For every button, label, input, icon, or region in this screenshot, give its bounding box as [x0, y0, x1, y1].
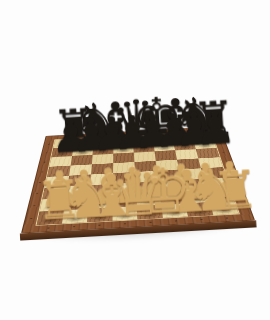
square-g5: [177, 158, 201, 169]
chess-board: ♜♞♝♛♚♝♞♜♟♟♟♟♟♟♟♟♟♟♟♟♟♟♟♟♜♞♝♛♚♝♞♜: [21, 126, 255, 233]
board-squares-grid: ♜♞♝♛♚♝♞♜♟♟♟♟♟♟♟♟♟♟♟♟♟♟♟♟♜♞♝♛♚♝♞♜: [37, 131, 239, 225]
board-tilt-wrapper: ♜♞♝♛♚♝♞♜♟♟♟♟♟♟♟♟♟♟♟♟♟♟♟♟♜♞♝♛♚♝♞♜: [0, 0, 270, 320]
piece-black-pawn: ♟: [70, 117, 93, 156]
file-marker-e: [142, 132, 144, 133]
square-e5: [134, 161, 157, 172]
square-a3: [42, 186, 67, 199]
piece-shadow: [40, 217, 60, 224]
piece-shadow: [91, 202, 110, 209]
square-b1: ♞: [62, 209, 88, 224]
rank-marker-2: [237, 194, 240, 195]
file-marker-d: [124, 223, 126, 224]
piece-black-rook: ♜: [191, 99, 213, 140]
square-a1: ♜: [37, 210, 64, 225]
rank-marker-7: [46, 153, 48, 154]
square-b3: [66, 185, 90, 198]
perspective-container: ♜♞♝♛♚♝♞♜♟♟♟♟♟♟♟♟♟♟♟♟♟♟♟♟♜♞♝♛♚♝♞♜: [30, 67, 241, 278]
piece-black-knight: ♞: [71, 102, 93, 147]
file-marker-g: [180, 130, 182, 131]
file-marker-g: [200, 219, 203, 220]
square-a4: [45, 176, 69, 188]
file-marker-c: [103, 134, 105, 135]
square-d4: [113, 172, 136, 184]
file-marker-b: [84, 136, 86, 137]
square-f6: [155, 150, 177, 160]
piece-shadow: [163, 198, 182, 204]
rank-marker-5: [41, 172, 43, 173]
piece-shadow: [115, 213, 134, 220]
file-marker-a: [64, 137, 66, 138]
square-d2: ♟: [113, 194, 137, 208]
rank-marker-4: [39, 182, 41, 183]
piece-black-pawn: ♟: [49, 118, 72, 157]
piece-black-rook: ♜: [51, 107, 73, 148]
rank-marker-7: [219, 143, 221, 144]
piece-black-queen: ♛: [111, 98, 134, 145]
square-f5: [156, 160, 179, 171]
rank-marker-3: [36, 193, 38, 194]
piece-black-bishop: ♝: [151, 97, 173, 142]
file-marker-b: [73, 226, 75, 227]
piece-black-king: ♚: [131, 96, 154, 143]
file-marker-d: [122, 133, 124, 134]
piece-shadow: [215, 207, 236, 214]
square-h5: [198, 157, 223, 168]
piece-black-pawn: ♟: [173, 111, 196, 150]
file-marker-a: [47, 227, 50, 228]
rank-marker-4: [230, 171, 232, 172]
square-h1: ♜: [210, 201, 239, 215]
rank-marker-2: [33, 205, 35, 206]
rank-marker-1: [30, 218, 33, 219]
rank-marker-1: [242, 206, 245, 207]
piece-black-pawn: ♟: [194, 110, 217, 149]
rank-marker-3: [233, 182, 235, 183]
piece-shadow: [67, 203, 86, 210]
piece-black-bishop: ♝: [91, 101, 113, 146]
file-marker-c: [98, 225, 100, 226]
file-marker-h: [199, 129, 201, 130]
piece-shadow: [190, 209, 210, 216]
piece-shadow: [65, 216, 85, 223]
rank-marker-6: [223, 152, 225, 153]
square-c5: [91, 163, 113, 174]
square-d1: ♛: [112, 206, 137, 221]
rank-marker-8: [216, 134, 218, 135]
piece-shadow: [165, 210, 185, 217]
square-h6: [196, 148, 220, 158]
square-d5: [113, 162, 135, 173]
piece-black-knight: ♞: [171, 96, 193, 141]
square-c1: ♝: [87, 208, 112, 223]
square-g6: [175, 149, 198, 159]
piece-shadow: [90, 214, 109, 221]
rank-marker-6: [44, 162, 46, 163]
file-marker-h: [226, 217, 229, 218]
file-marker-e: [149, 222, 151, 223]
piece-shadow: [211, 195, 231, 201]
square-g3: [181, 179, 207, 192]
rank-marker-8: [48, 144, 50, 145]
rank-marker-5: [226, 161, 228, 162]
square-f3: [158, 180, 183, 193]
square-e1: ♚: [137, 205, 163, 219]
square-e3: [136, 181, 160, 194]
square-c4: [90, 173, 113, 185]
square-c3: [89, 184, 113, 197]
piece-shadow: [140, 211, 160, 218]
photo-background: ♜♞♝♛♚♝♞♜♟♟♟♟♟♟♟♟♟♟♟♟♟♟♟♟♜♞♝♛♚♝♞♜: [0, 0, 270, 320]
file-marker-f: [175, 220, 178, 221]
file-marker-f: [161, 131, 163, 132]
square-f1: ♝: [161, 204, 188, 218]
square-g1: ♞: [186, 202, 214, 216]
